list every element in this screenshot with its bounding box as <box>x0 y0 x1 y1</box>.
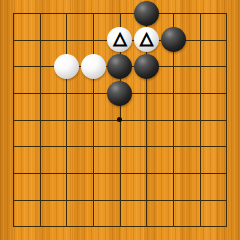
white-stone-d7 <box>81 54 106 79</box>
black-stone-f7 <box>134 54 159 79</box>
go-board[interactable]: △△ <box>0 0 240 240</box>
black-stone-e6 <box>107 81 132 106</box>
black-stone-f9 <box>134 1 159 26</box>
stones-layer: △△ <box>0 0 240 240</box>
triangle-mark-icon: △ <box>140 30 153 47</box>
triangle-mark-icon: △ <box>113 30 126 47</box>
white-stone-f8: △ <box>134 27 159 52</box>
white-stone-e8: △ <box>107 27 132 52</box>
black-stone-e7 <box>107 54 132 79</box>
black-stone-g8 <box>161 27 186 52</box>
star-point-e5 <box>117 117 122 122</box>
white-stone-c7 <box>54 54 79 79</box>
